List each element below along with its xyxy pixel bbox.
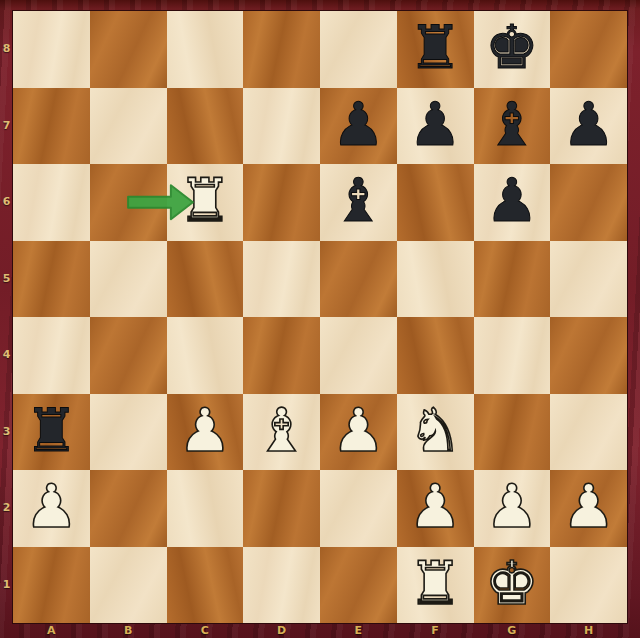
square-g7[interactable]: ♝ — [474, 88, 551, 165]
square-f5[interactable] — [397, 241, 474, 318]
square-e1[interactable] — [320, 547, 397, 624]
file-label-c: C — [167, 624, 244, 638]
rank-label-5: 5 — [0, 272, 13, 285]
square-e3[interactable]: ♟ — [320, 394, 397, 471]
square-d2[interactable] — [243, 470, 320, 547]
black-king[interactable]: ♚ — [485, 17, 539, 77]
square-g6[interactable]: ♟ — [474, 164, 551, 241]
square-h7[interactable]: ♟ — [550, 88, 627, 165]
square-b1[interactable] — [90, 547, 167, 624]
square-h5[interactable] — [550, 241, 627, 318]
white-king[interactable]: ♚ — [485, 553, 539, 613]
black-pawn[interactable]: ♟ — [562, 94, 616, 154]
square-b3[interactable] — [90, 394, 167, 471]
square-g5[interactable] — [474, 241, 551, 318]
square-b6[interactable] — [90, 164, 167, 241]
square-b4[interactable] — [90, 317, 167, 394]
black-pawn[interactable]: ♟ — [408, 94, 462, 154]
rank-label-7: 7 — [0, 119, 13, 132]
file-label-g: G — [474, 624, 551, 638]
square-b7[interactable] — [90, 88, 167, 165]
square-f7[interactable]: ♟ — [397, 88, 474, 165]
square-a8[interactable] — [13, 11, 90, 88]
rank-label-3: 3 — [0, 425, 13, 438]
square-c3[interactable]: ♟ — [167, 394, 244, 471]
square-h2[interactable]: ♟ — [550, 470, 627, 547]
square-f2[interactable]: ♟ — [397, 470, 474, 547]
rank-label-4: 4 — [0, 348, 13, 361]
square-d3[interactable]: ♝ — [243, 394, 320, 471]
square-h1[interactable] — [550, 547, 627, 624]
chess-board-frame: ♜♚♟♟♝♟♜♝♟♜♟♝♟♞♟♟♟♟♜♚ 87654321ABCDEFGH — [0, 0, 640, 638]
square-b5[interactable] — [90, 241, 167, 318]
white-pawn[interactable]: ♟ — [562, 476, 616, 536]
white-rook[interactable]: ♜ — [178, 170, 232, 230]
square-d5[interactable] — [243, 241, 320, 318]
white-bishop[interactable]: ♝ — [255, 400, 309, 460]
file-label-h: H — [550, 624, 627, 638]
square-h4[interactable] — [550, 317, 627, 394]
square-a4[interactable] — [13, 317, 90, 394]
square-h3[interactable] — [550, 394, 627, 471]
white-knight[interactable]: ♞ — [408, 400, 462, 460]
square-e4[interactable] — [320, 317, 397, 394]
black-rook[interactable]: ♜ — [408, 17, 462, 77]
square-f6[interactable] — [397, 164, 474, 241]
square-a6[interactable] — [13, 164, 90, 241]
square-g1[interactable]: ♚ — [474, 547, 551, 624]
black-bishop[interactable]: ♝ — [331, 170, 385, 230]
square-e2[interactable] — [320, 470, 397, 547]
file-label-b: B — [90, 624, 167, 638]
square-c8[interactable] — [167, 11, 244, 88]
square-f3[interactable]: ♞ — [397, 394, 474, 471]
white-rook[interactable]: ♜ — [408, 553, 462, 613]
square-g2[interactable]: ♟ — [474, 470, 551, 547]
square-a1[interactable] — [13, 547, 90, 624]
square-c1[interactable] — [167, 547, 244, 624]
white-pawn[interactable]: ♟ — [485, 476, 539, 536]
black-pawn[interactable]: ♟ — [331, 94, 385, 154]
white-pawn[interactable]: ♟ — [24, 476, 78, 536]
rank-label-1: 1 — [0, 578, 13, 591]
black-pawn[interactable]: ♟ — [485, 170, 539, 230]
square-e7[interactable]: ♟ — [320, 88, 397, 165]
square-d4[interactable] — [243, 317, 320, 394]
square-d8[interactable] — [243, 11, 320, 88]
square-b2[interactable] — [90, 470, 167, 547]
square-f1[interactable]: ♜ — [397, 547, 474, 624]
square-d7[interactable] — [243, 88, 320, 165]
white-pawn[interactable]: ♟ — [178, 400, 232, 460]
square-c7[interactable] — [167, 88, 244, 165]
square-a3[interactable]: ♜ — [13, 394, 90, 471]
white-pawn[interactable]: ♟ — [331, 400, 385, 460]
square-a2[interactable]: ♟ — [13, 470, 90, 547]
square-f8[interactable]: ♜ — [397, 11, 474, 88]
square-d1[interactable] — [243, 547, 320, 624]
square-e6[interactable]: ♝ — [320, 164, 397, 241]
square-e5[interactable] — [320, 241, 397, 318]
square-g4[interactable] — [474, 317, 551, 394]
square-e8[interactable] — [320, 11, 397, 88]
square-c6[interactable]: ♜ — [167, 164, 244, 241]
square-h8[interactable] — [550, 11, 627, 88]
square-f4[interactable] — [397, 317, 474, 394]
black-bishop[interactable]: ♝ — [485, 94, 539, 154]
square-c4[interactable] — [167, 317, 244, 394]
square-b8[interactable] — [90, 11, 167, 88]
black-rook[interactable]: ♜ — [24, 400, 78, 460]
white-pawn[interactable]: ♟ — [408, 476, 462, 536]
square-g3[interactable] — [474, 394, 551, 471]
chess-board: ♜♚♟♟♝♟♜♝♟♜♟♝♟♞♟♟♟♟♜♚ — [13, 11, 627, 623]
square-g8[interactable]: ♚ — [474, 11, 551, 88]
rank-label-2: 2 — [0, 501, 13, 514]
file-label-f: F — [397, 624, 474, 638]
rank-label-8: 8 — [0, 42, 13, 55]
file-label-d: D — [243, 624, 320, 638]
square-c2[interactable] — [167, 470, 244, 547]
rank-label-6: 6 — [0, 195, 13, 208]
file-label-e: E — [320, 624, 397, 638]
square-a5[interactable] — [13, 241, 90, 318]
file-label-a: A — [13, 624, 90, 638]
square-c5[interactable] — [167, 241, 244, 318]
square-d6[interactable] — [243, 164, 320, 241]
square-a7[interactable] — [13, 88, 90, 165]
square-h6[interactable] — [550, 164, 627, 241]
